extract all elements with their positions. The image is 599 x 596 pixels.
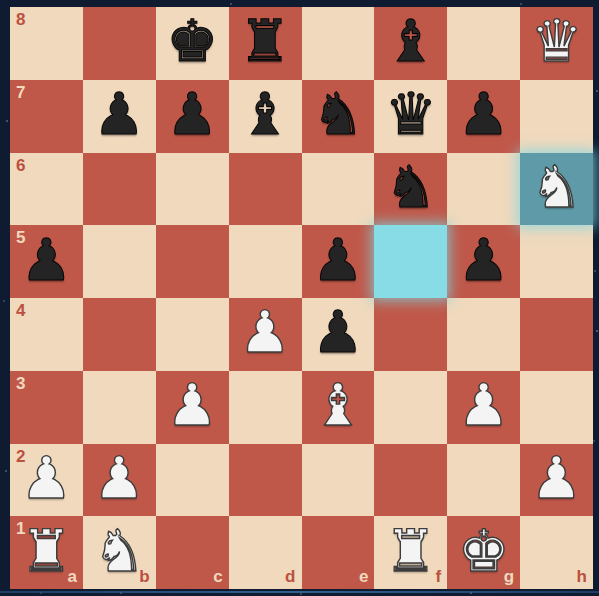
piece-black-knight[interactable]: ♞ [312,85,364,143]
piece-white-rook[interactable]: ♜ [385,522,437,580]
square-g7[interactable]: ♟ [447,80,520,153]
file-label-e: e [359,567,368,587]
rank-label-6: 6 [16,156,25,176]
piece-white-rook[interactable]: ♜ [20,522,72,580]
square-c7[interactable]: ♟ [156,80,229,153]
piece-black-king[interactable]: ♚ [166,12,218,70]
piece-black-pawn[interactable]: ♟ [458,231,510,289]
square-h1[interactable]: h [520,516,593,589]
file-label-b: b [139,567,149,587]
square-d3[interactable] [229,371,302,444]
square-b7[interactable]: ♟ [83,80,156,153]
square-g4[interactable] [447,298,520,371]
square-d2[interactable] [229,444,302,517]
square-e1[interactable]: e [302,516,375,589]
piece-white-pawn[interactable]: ♟ [458,376,510,434]
square-b4[interactable] [83,298,156,371]
piece-black-pawn[interactable]: ♟ [20,231,72,289]
square-d8[interactable]: ♜ [229,7,302,80]
file-label-d: d [285,567,295,587]
square-f4[interactable] [374,298,447,371]
square-g2[interactable] [447,444,520,517]
rank-label-4: 4 [16,301,25,321]
piece-black-pawn[interactable]: ♟ [458,85,510,143]
piece-white-bishop[interactable]: ♝ [312,376,364,434]
piece-black-queen[interactable]: ♛ [385,85,437,143]
square-d7[interactable]: ♝ [229,80,302,153]
square-f6[interactable]: ♞ [374,153,447,226]
square-h3[interactable] [520,371,593,444]
rank-label-8: 8 [16,10,25,30]
piece-black-pawn[interactable]: ♟ [166,85,218,143]
square-d5[interactable] [229,225,302,298]
starry-background [0,0,2,2]
file-label-c: c [213,567,222,587]
square-b8[interactable] [83,7,156,80]
square-d1[interactable]: d [229,516,302,589]
square-f7[interactable]: ♛ [374,80,447,153]
square-a8[interactable]: 8 [10,7,83,80]
rank-label-2: 2 [16,447,25,467]
square-c1[interactable]: c [156,516,229,589]
piece-white-pawn[interactable]: ♟ [531,449,583,507]
piece-black-knight[interactable]: ♞ [385,158,437,216]
square-c6[interactable] [156,153,229,226]
square-f1[interactable]: f♜ [374,516,447,589]
rank-label-1: 1 [16,519,25,539]
square-g5[interactable]: ♟ [447,225,520,298]
piece-white-king[interactable]: ♚ [458,522,510,580]
square-f5[interactable] [374,225,447,298]
square-a6[interactable]: 6 [10,153,83,226]
square-e6[interactable] [302,153,375,226]
file-label-h: h [577,567,587,587]
square-a5[interactable]: 5♟ [10,225,83,298]
file-label-a: a [67,567,76,587]
piece-white-knight[interactable]: ♞ [531,158,583,216]
square-b3[interactable] [83,371,156,444]
piece-white-queen[interactable]: ♛ [531,12,583,70]
background-accent-line [0,591,599,593]
chess-board: 8♚♜♝♛7♟♟♝♞♛♟6♞♞5♟♟♟4♟♟3♟♝♟2♟♟♟1a♜b♞cdef♜… [10,7,593,589]
square-e2[interactable] [302,444,375,517]
piece-white-pawn[interactable]: ♟ [239,303,291,361]
square-g1[interactable]: g♚ [447,516,520,589]
rank-label-7: 7 [16,83,25,103]
square-h6[interactable]: ♞ [520,153,593,226]
square-c8[interactable]: ♚ [156,7,229,80]
square-f2[interactable] [374,444,447,517]
piece-black-bishop[interactable]: ♝ [385,12,437,70]
square-h7[interactable] [520,80,593,153]
square-g6[interactable] [447,153,520,226]
piece-black-rook[interactable]: ♜ [239,12,291,70]
square-c2[interactable] [156,444,229,517]
square-d4[interactable]: ♟ [229,298,302,371]
square-e4[interactable]: ♟ [302,298,375,371]
square-e7[interactable]: ♞ [302,80,375,153]
square-g8[interactable] [447,7,520,80]
rank-label-3: 3 [16,374,25,394]
square-h8[interactable]: ♛ [520,7,593,80]
square-a3[interactable]: 3 [10,371,83,444]
square-b1[interactable]: b♞ [83,516,156,589]
piece-white-pawn[interactable]: ♟ [93,449,145,507]
square-g3[interactable]: ♟ [447,371,520,444]
square-a7[interactable]: 7 [10,80,83,153]
file-label-f: f [436,567,442,587]
square-b6[interactable] [83,153,156,226]
piece-black-pawn[interactable]: ♟ [312,303,364,361]
square-c5[interactable] [156,225,229,298]
piece-white-pawn[interactable]: ♟ [20,449,72,507]
square-b2[interactable]: ♟ [83,444,156,517]
piece-black-pawn[interactable]: ♟ [93,85,145,143]
file-label-g: g [504,567,514,587]
square-f3[interactable] [374,371,447,444]
piece-white-knight[interactable]: ♞ [93,522,145,580]
square-a2[interactable]: 2♟ [10,444,83,517]
square-e3[interactable]: ♝ [302,371,375,444]
square-b5[interactable] [83,225,156,298]
piece-white-pawn[interactable]: ♟ [166,376,218,434]
square-h4[interactable] [520,298,593,371]
rank-label-5: 5 [16,228,25,248]
square-c4[interactable] [156,298,229,371]
square-a4[interactable]: 4 [10,298,83,371]
square-d6[interactable] [229,153,302,226]
square-e8[interactable] [302,7,375,80]
square-e5[interactable]: ♟ [302,225,375,298]
square-h5[interactable] [520,225,593,298]
piece-black-pawn[interactable]: ♟ [312,231,364,289]
square-h2[interactable]: ♟ [520,444,593,517]
square-f8[interactable]: ♝ [374,7,447,80]
square-a1[interactable]: 1a♜ [10,516,83,589]
piece-black-bishop[interactable]: ♝ [239,85,291,143]
square-c3[interactable]: ♟ [156,371,229,444]
